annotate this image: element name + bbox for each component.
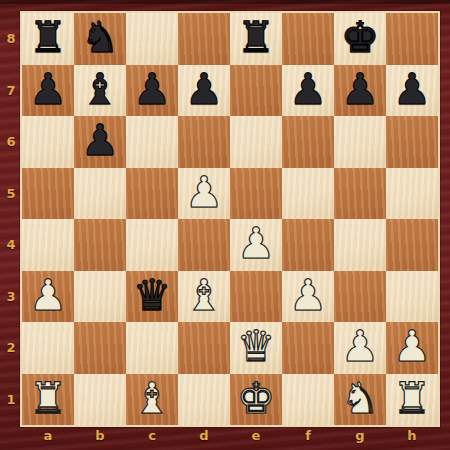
- square-e4[interactable]: ♟: [230, 219, 282, 271]
- rank-labels: 87654321: [0, 13, 22, 425]
- square-h3[interactable]: [386, 271, 438, 323]
- square-e6[interactable]: [230, 116, 282, 168]
- chess-board[interactable]: ♜♞♜♚♟♝♟♟♟♟♟♟♟♟♟♛♝♟♛♟♟♜♝♚♞♜: [22, 13, 438, 425]
- file-label-f: f: [282, 425, 334, 446]
- chess-diagram: 87654321 ♜♞♜♚♟♝♟♟♟♟♟♟♟♟♟♛♝♟♛♟♟♜♝♚♞♜ abcd…: [0, 0, 450, 450]
- file-label-c: c: [126, 425, 178, 446]
- square-e1[interactable]: ♚: [230, 374, 282, 426]
- square-a8[interactable]: ♜: [22, 13, 74, 65]
- square-e8[interactable]: ♜: [230, 13, 282, 65]
- rank-label-5: 5: [0, 168, 22, 220]
- square-h1[interactable]: ♜: [386, 374, 438, 426]
- square-g3[interactable]: [334, 271, 386, 323]
- file-label-g: g: [334, 425, 386, 446]
- square-b7[interactable]: ♝: [74, 65, 126, 117]
- square-f5[interactable]: [282, 168, 334, 220]
- white-bishop[interactable]: ♝: [133, 377, 172, 420]
- file-label-d: d: [178, 425, 230, 446]
- square-g8[interactable]: ♚: [334, 13, 386, 65]
- rank-label-2: 2: [0, 322, 22, 374]
- rank-label-7: 7: [0, 65, 22, 117]
- square-g6[interactable]: [334, 116, 386, 168]
- black-pawn[interactable]: ♟: [29, 68, 68, 111]
- white-queen[interactable]: ♛: [237, 325, 276, 368]
- black-rook[interactable]: ♜: [237, 16, 276, 59]
- white-pawn[interactable]: ♟: [29, 274, 68, 317]
- square-h6[interactable]: [386, 116, 438, 168]
- square-a1[interactable]: ♜: [22, 374, 74, 426]
- square-a4[interactable]: [22, 219, 74, 271]
- square-h7[interactable]: ♟: [386, 65, 438, 117]
- white-king[interactable]: ♚: [237, 377, 276, 420]
- white-pawn[interactable]: ♟: [393, 325, 432, 368]
- rank-label-4: 4: [0, 219, 22, 271]
- square-e5[interactable]: [230, 168, 282, 220]
- white-rook[interactable]: ♜: [393, 377, 432, 420]
- square-d1[interactable]: [178, 374, 230, 426]
- black-pawn[interactable]: ♟: [81, 119, 120, 162]
- rank-label-8: 8: [0, 13, 22, 65]
- white-knight[interactable]: ♞: [341, 377, 380, 420]
- square-b3[interactable]: [74, 271, 126, 323]
- square-e3[interactable]: [230, 271, 282, 323]
- square-d7[interactable]: ♟: [178, 65, 230, 117]
- square-c2[interactable]: [126, 322, 178, 374]
- file-label-a: a: [22, 425, 74, 446]
- square-g5[interactable]: [334, 168, 386, 220]
- square-b4[interactable]: [74, 219, 126, 271]
- square-d8[interactable]: [178, 13, 230, 65]
- square-g4[interactable]: [334, 219, 386, 271]
- black-king[interactable]: ♚: [341, 16, 380, 59]
- square-b5[interactable]: [74, 168, 126, 220]
- rank-label-3: 3: [0, 271, 22, 323]
- black-pawn[interactable]: ♟: [133, 68, 172, 111]
- file-label-e: e: [230, 425, 282, 446]
- square-c4[interactable]: [126, 219, 178, 271]
- square-g7[interactable]: ♟: [334, 65, 386, 117]
- square-c1[interactable]: ♝: [126, 374, 178, 426]
- square-c6[interactable]: [126, 116, 178, 168]
- square-d6[interactable]: [178, 116, 230, 168]
- square-f6[interactable]: [282, 116, 334, 168]
- square-b1[interactable]: [74, 374, 126, 426]
- square-h5[interactable]: [386, 168, 438, 220]
- square-b6[interactable]: ♟: [74, 116, 126, 168]
- square-c8[interactable]: [126, 13, 178, 65]
- file-labels: abcdefgh: [22, 425, 438, 446]
- white-pawn[interactable]: ♟: [237, 222, 276, 265]
- square-g2[interactable]: ♟: [334, 322, 386, 374]
- rank-label-1: 1: [0, 374, 22, 426]
- square-f3[interactable]: ♟: [282, 271, 334, 323]
- square-a2[interactable]: [22, 322, 74, 374]
- square-h2[interactable]: ♟: [386, 322, 438, 374]
- square-a5[interactable]: [22, 168, 74, 220]
- square-f2[interactable]: [282, 322, 334, 374]
- square-f1[interactable]: [282, 374, 334, 426]
- black-bishop[interactable]: ♝: [81, 68, 120, 111]
- square-d4[interactable]: [178, 219, 230, 271]
- square-a7[interactable]: ♟: [22, 65, 74, 117]
- square-a3[interactable]: ♟: [22, 271, 74, 323]
- square-h8[interactable]: [386, 13, 438, 65]
- square-a6[interactable]: [22, 116, 74, 168]
- square-d3[interactable]: ♝: [178, 271, 230, 323]
- square-e2[interactable]: ♛: [230, 322, 282, 374]
- square-d5[interactable]: ♟: [178, 168, 230, 220]
- square-f4[interactable]: [282, 219, 334, 271]
- rank-label-6: 6: [0, 116, 22, 168]
- black-pawn[interactable]: ♟: [341, 68, 380, 111]
- square-b2[interactable]: [74, 322, 126, 374]
- white-pawn[interactable]: ♟: [341, 325, 380, 368]
- square-h4[interactable]: [386, 219, 438, 271]
- square-e7[interactable]: [230, 65, 282, 117]
- square-c3[interactable]: ♛: [126, 271, 178, 323]
- white-bishop[interactable]: ♝: [185, 274, 224, 317]
- black-pawn[interactable]: ♟: [393, 68, 432, 111]
- file-label-b: b: [74, 425, 126, 446]
- square-d2[interactable]: [178, 322, 230, 374]
- square-f8[interactable]: [282, 13, 334, 65]
- black-rook[interactable]: ♜: [29, 16, 68, 59]
- black-knight[interactable]: ♞: [81, 16, 120, 59]
- black-queen[interactable]: ♛: [133, 274, 172, 317]
- square-c7[interactable]: ♟: [126, 65, 178, 117]
- square-f7[interactable]: ♟: [282, 65, 334, 117]
- square-b8[interactable]: ♞: [74, 13, 126, 65]
- white-pawn[interactable]: ♟: [185, 171, 224, 214]
- file-label-h: h: [386, 425, 438, 446]
- black-pawn[interactable]: ♟: [185, 68, 224, 111]
- white-rook[interactable]: ♜: [29, 377, 68, 420]
- white-pawn[interactable]: ♟: [289, 274, 328, 317]
- black-pawn[interactable]: ♟: [289, 68, 328, 111]
- square-g1[interactable]: ♞: [334, 374, 386, 426]
- square-c5[interactable]: [126, 168, 178, 220]
